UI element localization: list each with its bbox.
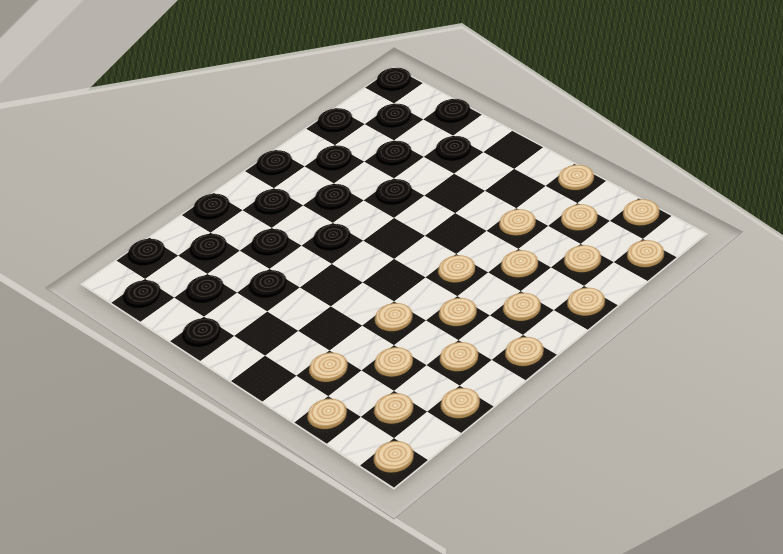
white-checker[interactable]	[303, 348, 353, 383]
scene-photo: International draughts (10x10 checkers)	[0, 0, 783, 554]
black-checker[interactable]	[118, 276, 167, 309]
white-checker[interactable]	[302, 394, 353, 431]
board-cell[interactable]	[551, 244, 614, 286]
white-checker[interactable]	[369, 343, 419, 378]
